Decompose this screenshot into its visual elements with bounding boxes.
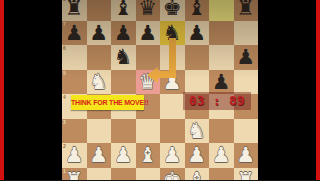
square-b6[interactable]	[87, 45, 112, 70]
square-b7[interactable]: ♟	[87, 21, 112, 46]
square-d6[interactable]	[136, 45, 161, 70]
piece-black-pawn-g5[interactable]: ♟	[209, 70, 234, 95]
piece-white-pawn-b2[interactable]: ♟	[87, 143, 112, 168]
think-banner: THINK FOR THE MOVE!!	[71, 95, 144, 110]
square-h1[interactable]: h♜	[234, 168, 259, 181]
piece-white-king-e1[interactable]: ♚	[160, 168, 185, 181]
square-a8[interactable]: 8♜	[62, 0, 87, 21]
rank-label: 5	[63, 70, 66, 76]
square-b3[interactable]	[87, 119, 112, 144]
square-e5[interactable]: ♟	[160, 70, 185, 95]
square-g2[interactable]: ♟	[209, 143, 234, 168]
square-g8[interactable]	[209, 0, 234, 21]
square-b1[interactable]: b	[87, 168, 112, 181]
piece-white-pawn-f2[interactable]: ♟	[185, 143, 210, 168]
piece-white-rook-h1[interactable]: ♜	[234, 168, 259, 181]
square-c1[interactable]: c	[111, 168, 136, 181]
piece-black-knight-e7[interactable]: ♞	[160, 21, 185, 46]
piece-black-bishop-f8[interactable]: ♝	[185, 0, 210, 21]
square-f2[interactable]: ♟	[185, 143, 210, 168]
square-e4[interactable]	[160, 94, 185, 119]
video-frame: 8♜♝♛♚♝♜7♟♟♟♟♞♟6♞♟5♞♛♟♟43♞2♟♟♟♝♟♟♟♟1a♜bcd…	[0, 0, 320, 180]
square-f5[interactable]	[185, 70, 210, 95]
square-f6[interactable]	[185, 45, 210, 70]
piece-white-pawn-h2[interactable]: ♟	[234, 143, 259, 168]
piece-black-pawn-c7[interactable]: ♟	[111, 21, 136, 46]
square-c8[interactable]: ♝	[111, 0, 136, 21]
piece-black-pawn-d7[interactable]: ♟	[136, 21, 161, 46]
rank-label: 6	[63, 45, 66, 51]
piece-white-knight-f3[interactable]: ♞	[185, 119, 210, 144]
square-a6[interactable]: 6	[62, 45, 87, 70]
square-h6[interactable]: ♟	[234, 45, 259, 70]
square-e3[interactable]	[160, 119, 185, 144]
piece-white-pawn-a2[interactable]: ♟	[62, 143, 87, 168]
square-d1[interactable]: d	[136, 168, 161, 181]
piece-black-queen-d8[interactable]: ♛	[136, 0, 161, 21]
square-c7[interactable]: ♟	[111, 21, 136, 46]
piece-black-knight-c6[interactable]: ♞	[111, 45, 136, 70]
piece-white-pawn-e2[interactable]: ♟	[160, 143, 185, 168]
square-a3[interactable]: 3	[62, 119, 87, 144]
square-h8[interactable]: ♜	[234, 0, 259, 21]
rank-label: 4	[63, 94, 66, 100]
square-g3[interactable]	[209, 119, 234, 144]
square-f3[interactable]: ♞	[185, 119, 210, 144]
square-a5[interactable]: 5	[62, 70, 87, 95]
square-d2[interactable]: ♝	[136, 143, 161, 168]
rank-label: 3	[63, 119, 66, 125]
right-red-edge-strip	[316, 0, 320, 180]
piece-white-queen-d5[interactable]: ♛	[136, 70, 161, 95]
piece-white-pawn-g2[interactable]: ♟	[209, 143, 234, 168]
countdown-timer: 03 : 89	[183, 92, 251, 110]
piece-white-rook-a1[interactable]: ♜	[62, 168, 87, 181]
square-d3[interactable]	[136, 119, 161, 144]
square-g6[interactable]	[209, 45, 234, 70]
square-b2[interactable]: ♟	[87, 143, 112, 168]
piece-black-pawn-b7[interactable]: ♟	[87, 21, 112, 46]
piece-white-knight-b5[interactable]: ♞	[87, 70, 112, 95]
square-b8[interactable]	[87, 0, 112, 21]
square-g5[interactable]: ♟	[209, 70, 234, 95]
square-c6[interactable]: ♞	[111, 45, 136, 70]
square-f8[interactable]: ♝	[185, 0, 210, 21]
square-c5[interactable]	[111, 70, 136, 95]
square-c2[interactable]: ♟	[111, 143, 136, 168]
piece-white-pawn-c2[interactable]: ♟	[111, 143, 136, 168]
square-a1[interactable]: 1a♜	[62, 168, 87, 181]
square-d8[interactable]: ♛	[136, 0, 161, 21]
piece-white-bishop-d2[interactable]: ♝	[136, 143, 161, 168]
square-d7[interactable]: ♟	[136, 21, 161, 46]
square-a7[interactable]: 7♟	[62, 21, 87, 46]
square-e1[interactable]: e♚	[160, 168, 185, 181]
square-c3[interactable]	[111, 119, 136, 144]
square-h5[interactable]	[234, 70, 259, 95]
square-h7[interactable]	[234, 21, 259, 46]
square-f1[interactable]: f♝	[185, 168, 210, 181]
square-b5[interactable]: ♞	[87, 70, 112, 95]
piece-black-pawn-a7[interactable]: ♟	[62, 21, 87, 46]
square-e8[interactable]: ♚	[160, 0, 185, 21]
square-a2[interactable]: 2♟	[62, 143, 87, 168]
square-f7[interactable]: ♟	[185, 21, 210, 46]
piece-white-pawn-e5[interactable]: ♟	[160, 70, 185, 95]
piece-white-bishop-f1[interactable]: ♝	[185, 168, 210, 181]
square-e7[interactable]: ♞	[160, 21, 185, 46]
piece-black-rook-h8[interactable]: ♜	[234, 0, 259, 21]
piece-black-rook-a8[interactable]: ♜	[62, 0, 87, 21]
square-g7[interactable]	[209, 21, 234, 46]
piece-black-bishop-c8[interactable]: ♝	[111, 0, 136, 21]
square-e6[interactable]	[160, 45, 185, 70]
square-h3[interactable]	[234, 119, 259, 144]
square-d5[interactable]: ♛	[136, 70, 161, 95]
square-e2[interactable]: ♟	[160, 143, 185, 168]
piece-black-pawn-h6[interactable]: ♟	[234, 45, 259, 70]
left-red-edge-strip	[0, 0, 4, 180]
chess-board: 8♜♝♛♚♝♜7♟♟♟♟♞♟6♞♟5♞♛♟♟43♞2♟♟♟♝♟♟♟♟1a♜bcd…	[62, 0, 258, 180]
square-g1[interactable]: g	[209, 168, 234, 181]
square-h2[interactable]: ♟	[234, 143, 259, 168]
piece-black-king-e8[interactable]: ♚	[160, 0, 185, 21]
piece-black-pawn-f7[interactable]: ♟	[185, 21, 210, 46]
